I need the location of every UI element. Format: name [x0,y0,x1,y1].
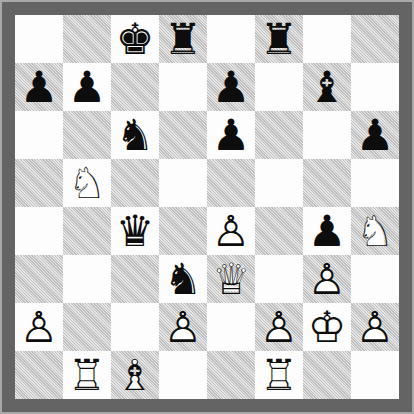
piece-white-queen: ♛♕ [207,255,255,303]
square-a1[interactable] [15,351,63,399]
black-pawn-glyph: ♟ [351,111,399,159]
square-a3[interactable] [15,255,63,303]
black-pawn-glyph: ♟ [15,63,63,111]
square-e1[interactable] [207,351,255,399]
square-d6[interactable] [159,111,207,159]
square-f1[interactable]: ♜♖ [255,351,303,399]
square-f2[interactable]: ♟♙ [255,303,303,351]
square-d3[interactable]: ♞ [159,255,207,303]
piece-white-knight: ♞♘ [63,159,111,207]
white-knight-outline-glyph: ♘ [63,159,111,207]
black-rook-glyph: ♜ [255,15,303,63]
square-g4[interactable]: ♟ [303,207,351,255]
square-b5[interactable]: ♞♘ [63,159,111,207]
square-c2[interactable] [111,303,159,351]
piece-white-knight: ♞♘ [351,207,399,255]
white-knight-outline-glyph: ♘ [351,207,399,255]
white-pawn-outline-glyph: ♙ [15,303,63,351]
square-c3[interactable] [111,255,159,303]
square-c7[interactable] [111,63,159,111]
white-king-outline-glyph: ♔ [303,303,351,351]
square-b2[interactable] [63,303,111,351]
square-h4[interactable]: ♞♘ [351,207,399,255]
black-queen-glyph: ♛ [111,207,159,255]
black-knight-glyph: ♞ [111,111,159,159]
piece-white-rook: ♜♖ [63,351,111,399]
piece-black-queen: ♛ [111,207,159,255]
piece-black-knight: ♞ [159,255,207,303]
black-pawn-glyph: ♟ [207,63,255,111]
square-e4[interactable]: ♟♙ [207,207,255,255]
piece-black-pawn: ♟ [207,63,255,111]
square-f4[interactable] [255,207,303,255]
square-h2[interactable]: ♟♙ [351,303,399,351]
square-e2[interactable] [207,303,255,351]
piece-black-king: ♚ [111,15,159,63]
square-g7[interactable]: ♝ [303,63,351,111]
piece-black-rook: ♜ [159,15,207,63]
square-g2[interactable]: ♚♔ [303,303,351,351]
piece-white-pawn: ♟♙ [159,303,207,351]
square-g6[interactable] [303,111,351,159]
square-d2[interactable]: ♟♙ [159,303,207,351]
square-h3[interactable] [351,255,399,303]
piece-white-king: ♚♔ [303,303,351,351]
black-pawn-glyph: ♟ [63,63,111,111]
piece-white-rook: ♜♖ [255,351,303,399]
piece-white-pawn: ♟♙ [15,303,63,351]
square-b6[interactable] [63,111,111,159]
piece-white-pawn: ♟♙ [255,303,303,351]
square-b7[interactable]: ♟ [63,63,111,111]
white-rook-outline-glyph: ♖ [63,351,111,399]
square-d8[interactable]: ♜ [159,15,207,63]
piece-white-pawn: ♟♙ [303,255,351,303]
piece-black-pawn: ♟ [63,63,111,111]
square-g8[interactable] [303,15,351,63]
square-h8[interactable] [351,15,399,63]
white-bishop-outline-glyph: ♗ [111,351,159,399]
square-f6[interactable] [255,111,303,159]
square-a7[interactable]: ♟ [15,63,63,111]
piece-black-rook: ♜ [255,15,303,63]
black-knight-glyph: ♞ [159,255,207,303]
square-e7[interactable]: ♟ [207,63,255,111]
black-king-glyph: ♚ [111,15,159,63]
white-pawn-outline-glyph: ♙ [351,303,399,351]
square-e6[interactable]: ♟ [207,111,255,159]
white-pawn-outline-glyph: ♙ [303,255,351,303]
black-pawn-glyph: ♟ [207,111,255,159]
square-b8[interactable] [63,15,111,63]
piece-white-pawn: ♟♙ [351,303,399,351]
square-g5[interactable] [303,159,351,207]
piece-black-pawn: ♟ [303,207,351,255]
square-f3[interactable] [255,255,303,303]
piece-white-pawn: ♟♙ [207,207,255,255]
square-h1[interactable] [351,351,399,399]
piece-black-pawn: ♟ [207,111,255,159]
square-d5[interactable] [159,159,207,207]
white-queen-outline-glyph: ♕ [207,255,255,303]
square-c4[interactable]: ♛ [111,207,159,255]
white-pawn-outline-glyph: ♙ [207,207,255,255]
square-d1[interactable] [159,351,207,399]
square-h7[interactable] [351,63,399,111]
square-a2[interactable]: ♟♙ [15,303,63,351]
square-c6[interactable]: ♞ [111,111,159,159]
square-h6[interactable]: ♟ [351,111,399,159]
piece-black-knight: ♞ [111,111,159,159]
square-b3[interactable] [63,255,111,303]
square-h5[interactable] [351,159,399,207]
square-a6[interactable] [15,111,63,159]
square-d7[interactable] [159,63,207,111]
square-a5[interactable] [15,159,63,207]
black-pawn-glyph: ♟ [303,207,351,255]
square-d4[interactable] [159,207,207,255]
piece-black-bishop: ♝ [303,63,351,111]
square-f5[interactable] [255,159,303,207]
square-a4[interactable] [15,207,63,255]
square-e3[interactable]: ♛♕ [207,255,255,303]
square-b4[interactable] [63,207,111,255]
piece-black-pawn: ♟ [15,63,63,111]
white-rook-outline-glyph: ♖ [255,351,303,399]
square-c8[interactable]: ♚ [111,15,159,63]
square-c5[interactable] [111,159,159,207]
square-g1[interactable] [303,351,351,399]
chess-board-frame: ♚♜♜♟♟♟♝♞♟♟♞♘♛♟♙♟♞♘♞♛♕♟♙♟♙♟♙♟♙♚♔♟♙♜♖♝♗♜♖ [0,0,414,414]
square-a8[interactable] [15,15,63,63]
square-g3[interactable]: ♟♙ [303,255,351,303]
square-c1[interactable]: ♝♗ [111,351,159,399]
white-pawn-outline-glyph: ♙ [255,303,303,351]
square-e5[interactable] [207,159,255,207]
square-f7[interactable] [255,63,303,111]
black-bishop-glyph: ♝ [303,63,351,111]
square-e8[interactable] [207,15,255,63]
piece-white-bishop: ♝♗ [111,351,159,399]
white-pawn-outline-glyph: ♙ [159,303,207,351]
piece-black-pawn: ♟ [351,111,399,159]
chess-board: ♚♜♜♟♟♟♝♞♟♟♞♘♛♟♙♟♞♘♞♛♕♟♙♟♙♟♙♟♙♚♔♟♙♜♖♝♗♜♖ [15,15,399,399]
square-b1[interactable]: ♜♖ [63,351,111,399]
black-rook-glyph: ♜ [159,15,207,63]
square-f8[interactable]: ♜ [255,15,303,63]
